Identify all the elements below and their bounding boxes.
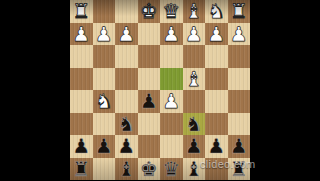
square-c6[interactable]: ♞ (183, 113, 206, 136)
square-d4[interactable] (160, 68, 183, 91)
square-e5[interactable]: ♟ (138, 90, 161, 113)
square-a2[interactable]: ♟ (228, 23, 251, 46)
square-a3[interactable] (228, 45, 251, 68)
black-knight: ♞ (117, 113, 135, 136)
square-e2[interactable] (138, 23, 161, 46)
square-d1[interactable]: ♛ (160, 0, 183, 23)
square-e8[interactable]: ♚ (138, 158, 161, 181)
square-e3[interactable] (138, 45, 161, 68)
square-f1[interactable] (115, 0, 138, 23)
square-b7[interactable]: ♟ (205, 135, 228, 158)
square-b8[interactable] (205, 158, 228, 181)
white-rook: ♜ (72, 0, 90, 23)
square-a5[interactable] (228, 90, 251, 113)
square-d5[interactable]: ♟ (160, 90, 183, 113)
square-f4[interactable] (115, 68, 138, 91)
square-b5[interactable] (205, 90, 228, 113)
square-g4[interactable] (93, 68, 116, 91)
square-d3[interactable] (160, 45, 183, 68)
square-d6[interactable] (160, 113, 183, 136)
square-a8[interactable]: ♜ (228, 158, 251, 181)
square-g6[interactable] (93, 113, 116, 136)
square-b6[interactable] (205, 113, 228, 136)
square-f5[interactable] (115, 90, 138, 113)
square-g3[interactable] (93, 45, 116, 68)
black-knight: ♞ (185, 113, 203, 136)
square-a6[interactable] (228, 113, 251, 136)
black-rook: ♜ (72, 158, 90, 181)
video-frame: ♜♚♛♝♞♜♟♟♟♟♟♟♟♝♞♟♟♞♞♟♟♟♟♟♟♜♝♚♛♝♜ clideo.c… (0, 0, 320, 180)
square-c3[interactable] (183, 45, 206, 68)
black-queen: ♛ (162, 158, 180, 181)
white-queen: ♛ (162, 0, 180, 23)
black-pawn: ♟ (185, 135, 203, 158)
square-a4[interactable] (228, 68, 251, 91)
white-pawn: ♟ (207, 23, 225, 46)
black-king: ♚ (140, 158, 158, 181)
square-g2[interactable]: ♟ (93, 23, 116, 46)
square-h3[interactable] (70, 45, 93, 68)
square-g7[interactable]: ♟ (93, 135, 116, 158)
square-g5[interactable]: ♞ (93, 90, 116, 113)
square-e1[interactable]: ♚ (138, 0, 161, 23)
square-f7[interactable]: ♟ (115, 135, 138, 158)
white-bishop: ♝ (185, 0, 203, 23)
black-pawn: ♟ (117, 135, 135, 158)
square-h1[interactable]: ♜ (70, 0, 93, 23)
white-pawn: ♟ (162, 90, 180, 113)
square-f2[interactable]: ♟ (115, 23, 138, 46)
square-h2[interactable]: ♟ (70, 23, 93, 46)
square-d8[interactable]: ♛ (160, 158, 183, 181)
square-g1[interactable] (93, 0, 116, 23)
white-knight: ♞ (95, 90, 113, 113)
square-h7[interactable]: ♟ (70, 135, 93, 158)
square-h4[interactable] (70, 68, 93, 91)
chess-board: ♜♚♛♝♞♜♟♟♟♟♟♟♟♝♞♟♟♞♞♟♟♟♟♟♟♜♝♚♛♝♜ (70, 0, 250, 180)
square-b1[interactable]: ♞ (205, 0, 228, 23)
square-e7[interactable] (138, 135, 161, 158)
square-b4[interactable] (205, 68, 228, 91)
black-pawn: ♟ (95, 135, 113, 158)
white-pawn: ♟ (117, 23, 135, 46)
square-a1[interactable]: ♜ (228, 0, 251, 23)
square-d2[interactable]: ♟ (160, 23, 183, 46)
square-d7[interactable] (160, 135, 183, 158)
white-pawn: ♟ (95, 23, 113, 46)
white-king: ♚ (140, 0, 158, 23)
square-g8[interactable] (93, 158, 116, 181)
white-knight: ♞ (207, 0, 225, 23)
square-c7[interactable]: ♟ (183, 135, 206, 158)
white-bishop: ♝ (185, 68, 203, 91)
square-c2[interactable]: ♟ (183, 23, 206, 46)
square-h5[interactable] (70, 90, 93, 113)
square-h8[interactable]: ♜ (70, 158, 93, 181)
square-b3[interactable] (205, 45, 228, 68)
black-pawn: ♟ (140, 90, 158, 113)
square-a7[interactable]: ♟ (228, 135, 251, 158)
black-pawn: ♟ (207, 135, 225, 158)
square-f3[interactable] (115, 45, 138, 68)
black-pawn: ♟ (230, 135, 248, 158)
square-h6[interactable] (70, 113, 93, 136)
black-bishop: ♝ (185, 158, 203, 181)
square-c1[interactable]: ♝ (183, 0, 206, 23)
square-c5[interactable] (183, 90, 206, 113)
white-pawn: ♟ (72, 23, 90, 46)
square-b2[interactable]: ♟ (205, 23, 228, 46)
square-f6[interactable]: ♞ (115, 113, 138, 136)
square-c4[interactable]: ♝ (183, 68, 206, 91)
black-bishop: ♝ (117, 158, 135, 181)
square-c8[interactable]: ♝ (183, 158, 206, 181)
white-pawn: ♟ (162, 23, 180, 46)
black-rook: ♜ (230, 158, 248, 181)
square-e6[interactable] (138, 113, 161, 136)
square-e4[interactable] (138, 68, 161, 91)
white-pawn: ♟ (185, 23, 203, 46)
white-pawn: ♟ (230, 23, 248, 46)
white-rook: ♜ (230, 0, 248, 23)
square-f8[interactable]: ♝ (115, 158, 138, 181)
black-pawn: ♟ (72, 135, 90, 158)
